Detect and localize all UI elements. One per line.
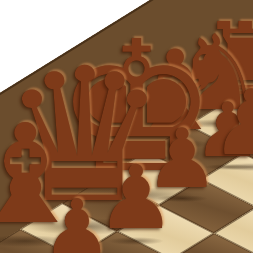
chess-set-photo: ♜♞♝♟♟♚♟♛♟♝♟ <box>0 0 253 253</box>
chess-pieces-layer: ♜♞♝♟♟♚♟♛♟♝♟ <box>0 0 253 253</box>
piece-dark-wood-pawn-c7: ♟ <box>38 189 116 253</box>
